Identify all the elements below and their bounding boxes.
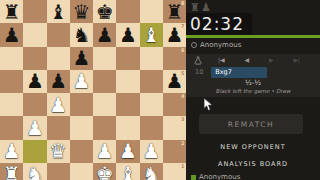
bottom-player: Anonymous [191, 173, 240, 180]
square-e5[interactable] [93, 70, 116, 93]
square-g4[interactable] [140, 93, 163, 116]
square-b6[interactable] [23, 47, 46, 70]
square-b3[interactable]: ♟ [23, 116, 46, 139]
square-b1[interactable]: ♞b [23, 163, 46, 180]
piece-black-pawn-f7: ♟ [119, 25, 137, 45]
square-b4[interactable] [23, 93, 46, 116]
square-d7[interactable]: ♞ [70, 23, 93, 46]
top-player-clock: 02:32 [186, 13, 252, 35]
analysis-board-button[interactable]: ANALYSIS BOARD [186, 160, 320, 168]
rank-label-5: 5 [181, 71, 184, 76]
piece-white-rook-a1: ♜ [3, 164, 21, 180]
square-a8[interactable]: ♜ [0, 0, 23, 23]
square-c7[interactable] [47, 23, 70, 46]
bottom-player-name: Anonymous [199, 173, 240, 180]
square-h8[interactable]: ♜8 [163, 0, 186, 23]
rank-label-6: 6 [181, 48, 184, 53]
rematch-button[interactable]: REMATCH [199, 114, 303, 134]
square-d8[interactable]: ♛ [70, 0, 93, 23]
move-number: 10 [195, 68, 203, 76]
square-f4[interactable] [116, 93, 139, 116]
piece-black-pawn-d6: ♟ [72, 48, 90, 68]
square-h5[interactable]: ♟5 [163, 70, 186, 93]
square-d3[interactable] [70, 116, 93, 139]
square-d1[interactable]: d [70, 163, 93, 180]
top-player: Anonymous [191, 41, 241, 49]
mouse-cursor-icon [203, 97, 214, 112]
piece-white-bishop-g7: ♝ [142, 25, 160, 45]
previous-move-button[interactable]: ◀ [244, 57, 249, 63]
square-h7[interactable]: ♟7 [163, 23, 186, 46]
lichess-game-page: ♜♝♛♚♜8♟♞♟♟♝♟7♟6♟♟♟♟5♟4♟3♟♛♟♟♟2♜a♞bcd♚e♝f… [0, 0, 320, 180]
square-e3[interactable] [93, 116, 116, 139]
piece-black-rook-a8: ♜ [3, 2, 21, 22]
square-g6[interactable] [140, 47, 163, 70]
square-h3[interactable]: 3 [163, 116, 186, 139]
square-b7[interactable] [23, 23, 46, 46]
square-c2[interactable]: ♛ [47, 140, 70, 163]
rank-label-8: 8 [181, 1, 184, 6]
new-opponent-button[interactable]: NEW OPPONENT [186, 143, 320, 151]
square-b5[interactable]: ♟ [23, 70, 46, 93]
square-d2[interactable] [70, 140, 93, 163]
piece-black-pawn-a7: ♟ [3, 25, 21, 45]
square-e1[interactable]: ♚e [93, 163, 116, 180]
piece-white-king-e1: ♚ [96, 164, 114, 180]
piece-white-pawn-e2: ♟ [96, 141, 114, 161]
piece-black-pawn-e7: ♟ [96, 25, 114, 45]
clock-time: 02:32 [186, 14, 244, 34]
piece-black-pawn-b5: ♟ [26, 71, 44, 91]
square-d6[interactable]: ♟ [70, 47, 93, 70]
piece-white-knight-g1: ♞ [142, 164, 160, 180]
square-a5[interactable] [0, 70, 23, 93]
piece-white-pawn-d5: ♟ [72, 71, 90, 91]
square-a7[interactable]: ♟ [0, 23, 23, 46]
online-indicator-icon [191, 175, 196, 180]
square-e4[interactable] [93, 93, 116, 116]
square-c5[interactable]: ♟ [47, 70, 70, 93]
square-g1[interactable]: ♞g [140, 163, 163, 180]
square-c6[interactable] [47, 47, 70, 70]
square-e7[interactable]: ♟ [93, 23, 116, 46]
active-turn-bar [186, 35, 320, 38]
square-g2[interactable]: ♟ [140, 140, 163, 163]
square-b2[interactable] [23, 140, 46, 163]
rank-label-7: 7 [181, 24, 184, 29]
first-move-button[interactable]: |◀ [218, 57, 225, 63]
piece-black-bishop-c8: ♝ [49, 2, 67, 22]
rank-label-1: 1 [181, 164, 184, 169]
piece-white-pawn-c4: ♟ [49, 95, 67, 115]
square-c8[interactable]: ♝ [47, 0, 70, 23]
square-g7[interactable]: ♝ [140, 23, 163, 46]
piece-white-queen-c2: ♛ [49, 141, 67, 161]
rank-label-2: 2 [181, 141, 184, 146]
square-g8[interactable] [140, 0, 163, 23]
square-h4[interactable]: 4 [163, 93, 186, 116]
game-result-detail: Black left the game • Draw [186, 88, 320, 94]
game-sidebar: ♜♟ 02:32 Anonymous |◀ ◀ ▶ ▶| [186, 0, 320, 180]
square-g5[interactable] [140, 70, 163, 93]
square-d5[interactable]: ♟ [70, 70, 93, 93]
rank-label-3: 3 [181, 117, 184, 122]
square-a2[interactable]: ♟ [0, 140, 23, 163]
chess-board: ♜♝♛♚♜8♟♞♟♟♝♟7♟6♟♟♟♟5♟4♟3♟♛♟♟♟2♜a♞bcd♚e♝f… [0, 0, 186, 180]
square-h6[interactable]: 6 [163, 47, 186, 70]
nav-buttons: |◀ ◀ ▶ ▶| [208, 57, 310, 63]
square-a6[interactable] [0, 47, 23, 70]
square-f2[interactable]: ♟ [116, 140, 139, 163]
next-move-button[interactable]: ▶ [269, 57, 274, 63]
square-g3[interactable] [140, 116, 163, 139]
square-b8[interactable] [23, 0, 46, 23]
piece-white-pawn-a2: ♟ [3, 141, 21, 161]
square-f5[interactable] [116, 70, 139, 93]
square-e8[interactable]: ♚ [93, 0, 116, 23]
moves-panel: |◀ ◀ ▶ ▶| 10 Bxg7 ½-½ Black left the gam… [186, 54, 320, 97]
piece-black-king-e8: ♚ [96, 2, 114, 22]
anonymous-user-icon [191, 42, 197, 48]
move-navigation: |◀ ◀ ▶ ▶| [186, 55, 320, 65]
square-c3[interactable] [47, 116, 70, 139]
piece-white-bishop-f1: ♝ [119, 164, 137, 180]
current-move[interactable]: Bxg7 [211, 67, 267, 78]
piece-white-pawn-b3: ♟ [26, 118, 44, 138]
flask-icon[interactable] [194, 56, 202, 65]
square-f3[interactable] [116, 116, 139, 139]
top-player-name: Anonymous [200, 41, 241, 49]
piece-white-pawn-g2: ♟ [142, 141, 160, 161]
square-f6[interactable] [116, 47, 139, 70]
square-h1[interactable]: 1h [163, 163, 186, 180]
square-c1[interactable]: c [47, 163, 70, 180]
square-a4[interactable] [0, 93, 23, 116]
piece-black-pawn-c5: ♟ [49, 71, 67, 91]
game-result-score: ½-½ [186, 79, 320, 87]
piece-white-knight-b1: ♞ [26, 164, 44, 180]
square-e6[interactable] [93, 47, 116, 70]
last-move-button[interactable]: ▶| [293, 57, 300, 63]
square-e2[interactable]: ♟ [93, 140, 116, 163]
square-h2[interactable]: 2 [163, 140, 186, 163]
square-f1[interactable]: ♝f [116, 163, 139, 180]
square-d4[interactable] [70, 93, 93, 116]
square-f8[interactable] [116, 0, 139, 23]
square-a1[interactable]: ♜a [0, 163, 23, 180]
move-list-row: 10 Bxg7 [186, 66, 320, 78]
square-a3[interactable] [0, 116, 23, 139]
piece-black-queen-d8: ♛ [72, 2, 90, 22]
rank-label-4: 4 [181, 94, 184, 99]
square-c4[interactable]: ♟ [47, 93, 70, 116]
piece-black-knight-d7: ♞ [72, 25, 90, 45]
square-f7[interactable]: ♟ [116, 23, 139, 46]
piece-white-pawn-f2: ♟ [119, 141, 137, 161]
